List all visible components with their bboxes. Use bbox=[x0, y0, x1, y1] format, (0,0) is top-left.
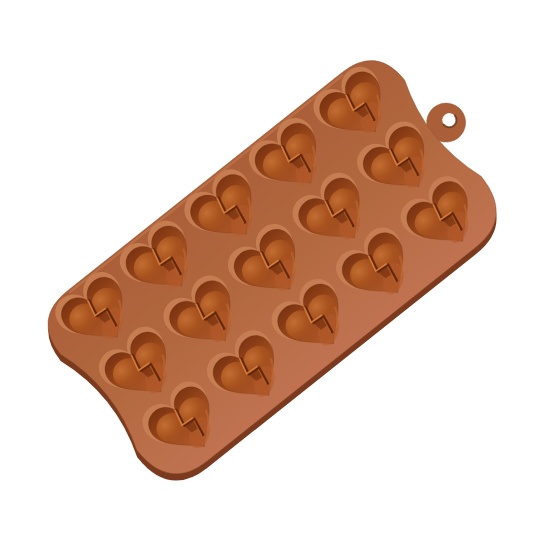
mold-photo-svg bbox=[0, 0, 550, 550]
chocolate-mold bbox=[29, 29, 537, 498]
product-photo bbox=[0, 0, 550, 550]
